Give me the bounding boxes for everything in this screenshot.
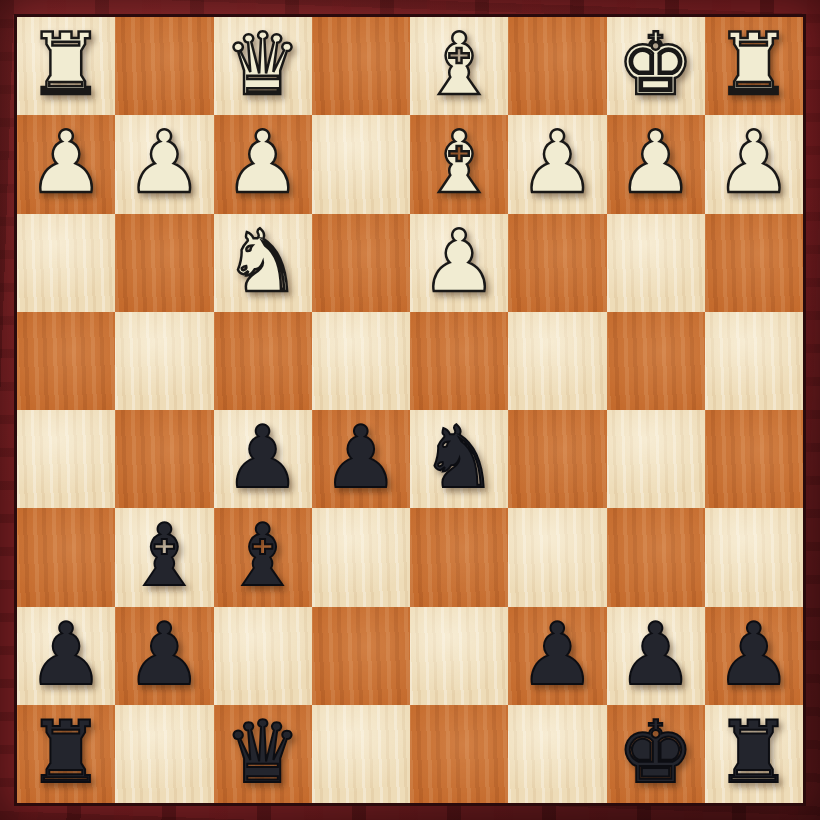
square-r1c7[interactable]: ♚ [607,17,705,115]
square-r7c6[interactable]: ♟ [508,607,606,705]
square-r7c4[interactable] [312,607,410,705]
square-r4c8[interactable] [705,312,803,410]
black-pawn[interactable]: ♟ [28,611,105,697]
white-rook[interactable]: ♜ [715,21,792,107]
black-knight[interactable]: ♞ [421,414,498,500]
square-r1c4[interactable] [312,17,410,115]
square-r5c8[interactable] [705,410,803,508]
black-pawn[interactable]: ♟ [126,611,203,697]
square-r8c2[interactable] [115,705,213,803]
black-pawn[interactable]: ♟ [519,611,596,697]
square-r2c4[interactable] [312,115,410,213]
square-r8c7[interactable]: ♚ [607,705,705,803]
white-knight[interactable]: ♞ [224,218,301,304]
square-r6c5[interactable] [410,508,508,606]
white-pawn[interactable]: ♟ [126,119,203,205]
square-r4c2[interactable] [115,312,213,410]
black-bishop[interactable]: ♝ [126,512,203,598]
square-r7c8[interactable]: ♟ [705,607,803,705]
white-pawn[interactable]: ♟ [519,119,596,205]
square-r4c3[interactable] [214,312,312,410]
black-queen[interactable]: ♛ [224,709,301,795]
black-pawn[interactable]: ♟ [224,414,301,500]
square-r1c1[interactable]: ♜ [17,17,115,115]
square-r1c8[interactable]: ♜ [705,17,803,115]
square-r6c8[interactable] [705,508,803,606]
square-r5c6[interactable] [508,410,606,508]
square-r7c2[interactable]: ♟ [115,607,213,705]
square-r8c1[interactable]: ♜ [17,705,115,803]
square-r2c3[interactable]: ♟ [214,115,312,213]
square-r4c7[interactable] [607,312,705,410]
white-bishop[interactable]: ♝ [421,21,498,107]
square-r8c6[interactable] [508,705,606,803]
square-r8c4[interactable] [312,705,410,803]
board-frame: ♜♛♝♚♜♟♟♟♝♟♟♟♞♟♟♟♞♝♝♟♟♟♟♟♜♛♚♜ [0,0,820,820]
square-r5c1[interactable] [17,410,115,508]
square-r3c2[interactable] [115,214,213,312]
square-r2c2[interactable]: ♟ [115,115,213,213]
square-r7c7[interactable]: ♟ [607,607,705,705]
square-r3c1[interactable] [17,214,115,312]
square-r8c5[interactable] [410,705,508,803]
black-pawn[interactable]: ♟ [322,414,399,500]
square-r5c2[interactable] [115,410,213,508]
square-r5c3[interactable]: ♟ [214,410,312,508]
white-pawn[interactable]: ♟ [617,119,694,205]
square-r6c7[interactable] [607,508,705,606]
square-r8c8[interactable]: ♜ [705,705,803,803]
black-pawn[interactable]: ♟ [617,611,694,697]
square-r5c4[interactable]: ♟ [312,410,410,508]
square-r7c3[interactable] [214,607,312,705]
square-r2c6[interactable]: ♟ [508,115,606,213]
white-bishop[interactable]: ♝ [421,119,498,205]
square-r7c5[interactable] [410,607,508,705]
square-r6c2[interactable]: ♝ [115,508,213,606]
square-r3c7[interactable] [607,214,705,312]
chess-board: ♜♛♝♚♜♟♟♟♝♟♟♟♞♟♟♟♞♝♝♟♟♟♟♟♜♛♚♜ [14,14,806,806]
black-king[interactable]: ♚ [617,709,694,795]
square-r8c3[interactable]: ♛ [214,705,312,803]
square-r3c4[interactable] [312,214,410,312]
black-rook[interactable]: ♜ [715,709,792,795]
square-r1c6[interactable] [508,17,606,115]
square-r4c6[interactable] [508,312,606,410]
square-r1c3[interactable]: ♛ [214,17,312,115]
square-r4c5[interactable] [410,312,508,410]
square-r5c7[interactable] [607,410,705,508]
square-r2c8[interactable]: ♟ [705,115,803,213]
square-r5c5[interactable]: ♞ [410,410,508,508]
square-r7c1[interactable]: ♟ [17,607,115,705]
white-rook[interactable]: ♜ [28,21,105,107]
square-r4c1[interactable] [17,312,115,410]
white-queen[interactable]: ♛ [224,21,301,107]
black-bishop[interactable]: ♝ [224,512,301,598]
square-r1c5[interactable]: ♝ [410,17,508,115]
square-r2c7[interactable]: ♟ [607,115,705,213]
white-pawn[interactable]: ♟ [28,119,105,205]
black-rook[interactable]: ♜ [28,709,105,795]
white-pawn[interactable]: ♟ [715,119,792,205]
white-king[interactable]: ♚ [617,21,694,107]
square-r2c5[interactable]: ♝ [410,115,508,213]
square-r6c3[interactable]: ♝ [214,508,312,606]
square-r3c8[interactable] [705,214,803,312]
white-pawn[interactable]: ♟ [224,119,301,205]
square-r1c2[interactable] [115,17,213,115]
square-r2c1[interactable]: ♟ [17,115,115,213]
black-pawn[interactable]: ♟ [715,611,792,697]
square-r3c3[interactable]: ♞ [214,214,312,312]
square-r6c6[interactable] [508,508,606,606]
white-pawn[interactable]: ♟ [421,218,498,304]
square-r6c4[interactable] [312,508,410,606]
square-r6c1[interactable] [17,508,115,606]
square-r3c6[interactable] [508,214,606,312]
square-r4c4[interactable] [312,312,410,410]
square-r3c5[interactable]: ♟ [410,214,508,312]
